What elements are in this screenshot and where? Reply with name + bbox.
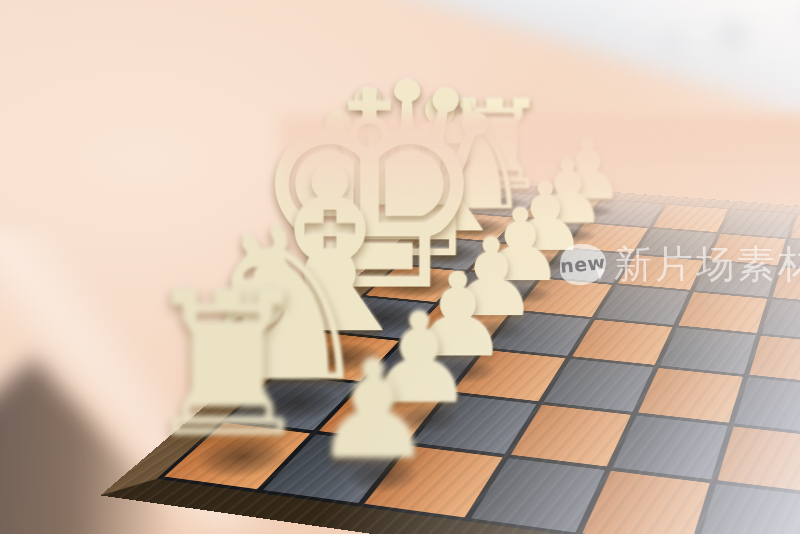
white-pawn-glyph: ♟ xyxy=(180,343,567,480)
watermark-brand-text: 新片场素材 xyxy=(614,239,800,290)
watermark: new 新片场素材 xyxy=(560,241,800,287)
photo-scene: ♟♟♟♟♟♟♟♟♜♞♝♛♚♝♞♜ new 新片场素材 xyxy=(0,0,800,534)
chess-board: ♟♟♟♟♟♟♟♟♜♞♝♛♚♝♞♜ xyxy=(100,181,800,534)
watermark-badge-label: new xyxy=(559,251,606,277)
watermark-new-badge: new xyxy=(560,244,606,285)
